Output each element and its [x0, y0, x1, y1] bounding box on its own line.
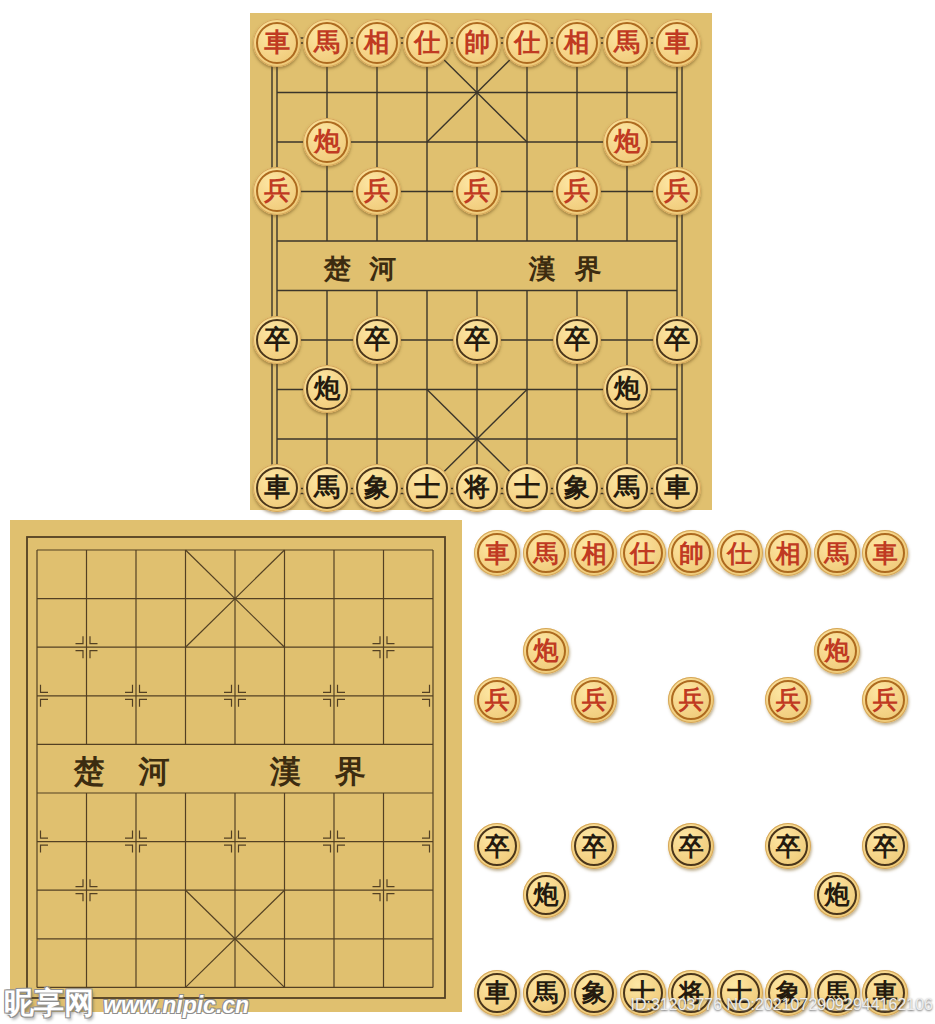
- piece-red-horse[interactable]: 馬: [303, 19, 351, 67]
- piece-glyph: 卒: [364, 327, 390, 353]
- piece-black-cannon[interactable]: 炮: [603, 365, 651, 413]
- piece-glyph: 炮: [533, 882, 558, 907]
- board-cell-r1c0[interactable]: [252, 68, 302, 118]
- board-cell-r8c3: [619, 919, 668, 968]
- piece-glyph: 馬: [824, 541, 849, 566]
- board-cell-r1c7: [813, 578, 862, 627]
- image-id-label: ID:31203776 NO:20210729092944162106: [631, 996, 934, 1014]
- piece-red-cannon[interactable]: 炮: [814, 628, 860, 674]
- board-cell-r4c5[interactable]: [502, 216, 552, 266]
- board-cell-r6c4[interactable]: 卒: [452, 315, 502, 365]
- board-cell-r2c1[interactable]: 炮: [302, 117, 352, 167]
- piece-glyph: 相: [582, 541, 607, 566]
- board-cell-r3c3: [619, 675, 668, 724]
- board-cell-r1c8: [861, 578, 910, 627]
- piece-black-elephant[interactable]: 象: [553, 464, 601, 512]
- piece-black-soldier[interactable]: 卒: [253, 316, 301, 364]
- piece-glyph: 兵: [564, 178, 590, 204]
- board-cell-r9c3[interactable]: 士: [402, 464, 452, 514]
- piece-glyph: 車: [264, 30, 290, 56]
- board-cell-r2c5[interactable]: [502, 117, 552, 167]
- board-cell-r8c8[interactable]: [652, 414, 702, 464]
- piece-glyph: 炮: [314, 376, 340, 402]
- piece-glyph: 象: [564, 475, 590, 501]
- watermark-logo: 昵享网: [4, 983, 94, 1024]
- piece-black-cannon[interactable]: 炮: [303, 365, 351, 413]
- piece-black-soldier[interactable]: 卒: [653, 316, 701, 364]
- piece-glyph: 炮: [614, 376, 640, 402]
- piece-glyph: 炮: [824, 882, 849, 907]
- piece-glyph: 兵: [664, 178, 690, 204]
- board-cell-r4c2: [570, 724, 619, 773]
- piece-glyph: 兵: [264, 178, 290, 204]
- watermark: 昵享网 www.nipic.cn: [4, 983, 249, 1024]
- piece-red-cannon[interactable]: 炮: [303, 118, 351, 166]
- board-cell-r4c5: [716, 724, 765, 773]
- piece-set: 車馬相仕帥仕相馬車炮炮兵兵兵兵兵卒卒卒卒卒炮炮車馬象士将士象馬車: [473, 529, 910, 1017]
- board-cell-r9c8[interactable]: 車: [652, 464, 702, 514]
- board-cell-r5c5[interactable]: [502, 266, 552, 316]
- board-cell-r2c6: [764, 627, 813, 676]
- board-cell-r0c0[interactable]: 車: [252, 18, 302, 68]
- board-cell-r3c2: 兵: [570, 675, 619, 724]
- piece-glyph: 卒: [664, 327, 690, 353]
- piece-glyph: 相: [564, 30, 590, 56]
- board-cell-r1c5: [716, 578, 765, 627]
- piece-glyph: 士: [414, 475, 440, 501]
- board-cell-r2c5: [716, 627, 765, 676]
- board-cell-r2c3: [619, 627, 668, 676]
- board-cell-r0c6: 相: [764, 529, 813, 578]
- board-cell-r0c5: 仕: [716, 529, 765, 578]
- board-cell-r5c6: [764, 773, 813, 822]
- board-cell-r4c1[interactable]: [302, 216, 352, 266]
- piece-glyph: 卒: [679, 834, 704, 859]
- board-cell-r4c6[interactable]: [552, 216, 602, 266]
- board-cell-r6c0[interactable]: 卒: [252, 315, 302, 365]
- board-cell-r0c7: 馬: [813, 529, 862, 578]
- piece-glyph: 兵: [679, 687, 704, 712]
- board-cell-r9c2[interactable]: 象: [352, 464, 402, 514]
- piece-red-advisor[interactable]: 仕: [620, 530, 666, 576]
- board-cell-r7c7[interactable]: 炮: [602, 365, 652, 415]
- board-cell-r3c0[interactable]: 兵: [252, 167, 302, 217]
- board-cell-r1c6[interactable]: [552, 68, 602, 118]
- board-cell-r8c7: [813, 919, 862, 968]
- board-cell-r4c0: [473, 724, 522, 773]
- board-cell-r2c4[interactable]: [452, 117, 502, 167]
- board-cell-r5c1[interactable]: [302, 266, 352, 316]
- piece-black-general[interactable]: 将: [453, 464, 501, 512]
- board-cell-r7c2: [570, 871, 619, 920]
- board-cell-r5c5: [716, 773, 765, 822]
- piece-red-cannon[interactable]: 炮: [603, 118, 651, 166]
- piece-black-advisor[interactable]: 士: [403, 464, 451, 512]
- piece-glyph: 車: [873, 541, 898, 566]
- piece-red-elephant[interactable]: 相: [553, 19, 601, 67]
- piece-glyph: 卒: [485, 834, 510, 859]
- board-cell-r6c4: 卒: [667, 822, 716, 871]
- piece-glyph: 兵: [873, 687, 898, 712]
- piece-glyph: 車: [664, 30, 690, 56]
- piece-glyph: 兵: [776, 687, 801, 712]
- piece-red-soldier[interactable]: 兵: [653, 167, 701, 215]
- board-cell-r4c8: [861, 724, 910, 773]
- board-cell-r1c6: [764, 578, 813, 627]
- piece-glyph: 炮: [533, 638, 558, 663]
- piece-black-horse[interactable]: 馬: [303, 464, 351, 512]
- board-cell-r9c2: 象: [570, 968, 619, 1017]
- stock-image-canvas: 楚 河 漢 界 車馬相仕帥仕相馬車炮炮兵兵兵兵兵卒卒卒卒卒炮炮車馬象士将士象馬車…: [0, 0, 935, 1024]
- watermark-url: www.nipic.cn: [103, 992, 249, 1019]
- piece-glyph: 相: [776, 541, 801, 566]
- board-cell-r3c0: 兵: [473, 675, 522, 724]
- board-cell-r0c4[interactable]: 帥: [452, 18, 502, 68]
- piece-black-soldier[interactable]: 卒: [765, 823, 811, 869]
- piece-glyph: 士: [514, 475, 540, 501]
- board-cell-r0c2: 相: [570, 529, 619, 578]
- piece-red-chariot[interactable]: 車: [474, 530, 520, 576]
- board-cell-r4c4[interactable]: [452, 216, 502, 266]
- board-cell-r5c2[interactable]: [352, 266, 402, 316]
- piece-red-soldier[interactable]: 兵: [474, 677, 520, 723]
- piece-black-soldier[interactable]: 卒: [668, 823, 714, 869]
- piece-glyph: 車: [664, 475, 690, 501]
- board-cell-r8c0: [473, 919, 522, 968]
- piece-glyph: 仕: [727, 541, 752, 566]
- board-cell-r1c3[interactable]: [402, 68, 452, 118]
- board-cell-r6c0: 卒: [473, 822, 522, 871]
- board-cell-r1c4[interactable]: [452, 68, 502, 118]
- piece-red-advisor[interactable]: 仕: [503, 19, 551, 67]
- piece-glyph: 帥: [464, 30, 490, 56]
- board-cell-r0c2[interactable]: 相: [352, 18, 402, 68]
- board-cell-r5c8: [861, 773, 910, 822]
- board-cell-r8c4: [667, 919, 716, 968]
- board-cell-r3c1[interactable]: [302, 167, 352, 217]
- piece-black-elephant[interactable]: 象: [571, 970, 617, 1016]
- empty-xiangqi-board[interactable]: 楚 河 漢 界: [10, 520, 462, 1012]
- board-cell-r7c4[interactable]: [452, 365, 502, 415]
- board-cell-r3c5[interactable]: [502, 167, 552, 217]
- board-cell-r7c3[interactable]: [402, 365, 452, 415]
- board-cell-r4c2[interactable]: [352, 216, 402, 266]
- board-cell-r1c7[interactable]: [602, 68, 652, 118]
- board-cell-r1c5[interactable]: [502, 68, 552, 118]
- board-cell-r6c2: 卒: [570, 822, 619, 871]
- board-cell-r6c6: 卒: [764, 822, 813, 871]
- board-cell-r8c8: [861, 919, 910, 968]
- board-cell-r3c8: 兵: [861, 675, 910, 724]
- board-cell-r5c7[interactable]: [602, 266, 652, 316]
- board-cell-r4c3: [619, 724, 668, 773]
- full-xiangqi-board[interactable]: 楚 河 漢 界 車馬相仕帥仕相馬車炮炮兵兵兵兵兵卒卒卒卒卒炮炮車馬象士将士象馬車: [250, 13, 712, 510]
- piece-glyph: 馬: [533, 980, 558, 1005]
- piece-glyph: 兵: [464, 178, 490, 204]
- board-cell-r9c1: 馬: [522, 968, 571, 1017]
- board-cell-r6c7: [813, 822, 862, 871]
- board-cell-r4c1: [522, 724, 571, 773]
- board-cell-r6c5: [716, 822, 765, 871]
- board-cell-r3c6[interactable]: 兵: [552, 167, 602, 217]
- piece-glyph: 炮: [614, 129, 640, 155]
- piece-red-soldier[interactable]: 兵: [553, 167, 601, 215]
- board-cell-r5c0: [473, 773, 522, 822]
- board-cell-r8c7[interactable]: [602, 414, 652, 464]
- board-cell-r6c3[interactable]: [402, 315, 452, 365]
- board-cell-r0c4: 帥: [667, 529, 716, 578]
- board-cell-r8c5[interactable]: [502, 414, 552, 464]
- board-cell-r8c6: [764, 919, 813, 968]
- board-cell-r7c7: 炮: [813, 871, 862, 920]
- piece-glyph: 卒: [582, 834, 607, 859]
- board-cell-r2c0: [473, 627, 522, 676]
- board-cell-r7c6[interactable]: [552, 365, 602, 415]
- board-cell-r6c2[interactable]: 卒: [352, 315, 402, 365]
- board-cell-r4c6: [764, 724, 813, 773]
- piece-glyph: 仕: [414, 30, 440, 56]
- piece-black-chariot[interactable]: 車: [474, 970, 520, 1016]
- piece-black-cannon[interactable]: 炮: [523, 872, 569, 918]
- board-cell-r5c7: [813, 773, 862, 822]
- board-cell-r1c2[interactable]: [352, 68, 402, 118]
- board-cell-r3c5: [716, 675, 765, 724]
- board-cell-r7c0[interactable]: [252, 365, 302, 415]
- board-cell-r0c3[interactable]: 仕: [402, 18, 452, 68]
- board-cell-r9c1[interactable]: 馬: [302, 464, 352, 514]
- board-cell-r0c7[interactable]: 馬: [602, 18, 652, 68]
- board-cell-r5c3[interactable]: [402, 266, 452, 316]
- board-cell-r5c0[interactable]: [252, 266, 302, 316]
- board-cell-r0c5[interactable]: 仕: [502, 18, 552, 68]
- board-cell-r5c4[interactable]: [452, 266, 502, 316]
- board-cell-r7c1: 炮: [522, 871, 571, 920]
- piece-glyph: 兵: [485, 687, 510, 712]
- board-cell-r3c3[interactable]: [402, 167, 452, 217]
- piece-black-cannon[interactable]: 炮: [814, 872, 860, 918]
- board-cell-r3c7: [813, 675, 862, 724]
- piece-glyph: 卒: [564, 327, 590, 353]
- board-cell-r1c1[interactable]: [302, 68, 352, 118]
- piece-glyph: 兵: [582, 687, 607, 712]
- piece-glyph: 馬: [614, 475, 640, 501]
- board-cell-r3c6: 兵: [764, 675, 813, 724]
- piece-red-soldier[interactable]: 兵: [353, 167, 401, 215]
- board-cell-r8c3[interactable]: [402, 414, 452, 464]
- board-cell-r8c5: [716, 919, 765, 968]
- piece-black-chariot[interactable]: 車: [653, 464, 701, 512]
- piece-red-soldier[interactable]: 兵: [862, 677, 908, 723]
- piece-red-chariot[interactable]: 車: [653, 19, 701, 67]
- board-cell-r9c5[interactable]: 士: [502, 464, 552, 514]
- board-cell-r4c0[interactable]: [252, 216, 302, 266]
- board-cell-r2c1: 炮: [522, 627, 571, 676]
- board-cell-r7c0: [473, 871, 522, 920]
- board-cell-r2c2: [570, 627, 619, 676]
- river-label-han-jie: 漢 界: [242, 751, 406, 793]
- board-cell-r6c7[interactable]: [602, 315, 652, 365]
- board-cell-r2c8: [861, 627, 910, 676]
- board-cell-r7c5: [716, 871, 765, 920]
- board-cell-r8c1: [522, 919, 571, 968]
- piece-glyph: 兵: [364, 178, 390, 204]
- board-cell-r8c4[interactable]: [452, 414, 502, 464]
- piece-black-soldier[interactable]: 卒: [453, 316, 501, 364]
- piece-glyph: 象: [582, 980, 607, 1005]
- board-cell-r4c7: [813, 724, 862, 773]
- board-cell-r9c4[interactable]: 将: [452, 464, 502, 514]
- piece-red-chariot[interactable]: 車: [862, 530, 908, 576]
- board-cell-r1c4: [667, 578, 716, 627]
- board-cell-r3c1: [522, 675, 571, 724]
- board-cell-r2c8[interactable]: [652, 117, 702, 167]
- piece-glyph: 馬: [314, 475, 340, 501]
- piece-red-soldier[interactable]: 兵: [571, 677, 617, 723]
- board-cell-r2c4: [667, 627, 716, 676]
- board-cell-r6c5[interactable]: [502, 315, 552, 365]
- board-cell-r4c7[interactable]: [602, 216, 652, 266]
- board-cell-r0c8: 車: [861, 529, 910, 578]
- board-cell-r7c6: [764, 871, 813, 920]
- piece-black-advisor[interactable]: 士: [503, 464, 551, 512]
- piece-red-horse[interactable]: 馬: [603, 19, 651, 67]
- piece-glyph: 車: [485, 980, 510, 1005]
- piece-red-advisor[interactable]: 仕: [403, 19, 451, 67]
- piece-black-soldier[interactable]: 卒: [474, 823, 520, 869]
- piece-glyph: 車: [485, 541, 510, 566]
- piece-glyph: 卒: [873, 834, 898, 859]
- board-cell-r0c1[interactable]: 馬: [302, 18, 352, 68]
- board-cell-r7c5[interactable]: [502, 365, 552, 415]
- board-cell-r9c0[interactable]: 車: [252, 464, 302, 514]
- piece-glyph: 仕: [514, 30, 540, 56]
- piece-glyph: 車: [264, 475, 290, 501]
- piece-red-chariot[interactable]: 車: [253, 19, 301, 67]
- board-cell-r0c6[interactable]: 相: [552, 18, 602, 68]
- board-cell-r0c0: 車: [473, 529, 522, 578]
- board-cell-r5c4: [667, 773, 716, 822]
- piece-glyph: 卒: [776, 834, 801, 859]
- piece-glyph: 相: [364, 30, 390, 56]
- board-cell-r6c1: [522, 822, 571, 871]
- piece-red-soldier[interactable]: 兵: [765, 677, 811, 723]
- piece-glyph: 象: [364, 475, 390, 501]
- board-cell-r9c6[interactable]: 象: [552, 464, 602, 514]
- piece-red-soldier[interactable]: 兵: [453, 167, 501, 215]
- piece-red-horse[interactable]: 馬: [523, 530, 569, 576]
- board-cell-r5c1: [522, 773, 571, 822]
- board-cell-r8c6[interactable]: [552, 414, 602, 464]
- board-cell-r8c0[interactable]: [252, 414, 302, 464]
- piece-black-soldier[interactable]: 卒: [553, 316, 601, 364]
- board-cell-r7c4: [667, 871, 716, 920]
- board-cell-r6c1[interactable]: [302, 315, 352, 365]
- river-label-chu-he: 楚 河: [46, 751, 210, 793]
- board-cell-r7c3: [619, 871, 668, 920]
- piece-red-soldier[interactable]: 兵: [668, 677, 714, 723]
- piece-glyph: 卒: [264, 327, 290, 353]
- board-cell-r7c1[interactable]: 炮: [302, 365, 352, 415]
- board-cell-r3c4: 兵: [667, 675, 716, 724]
- board-cell-r0c3: 仕: [619, 529, 668, 578]
- piece-black-soldier[interactable]: 卒: [571, 823, 617, 869]
- board-cell-r2c7[interactable]: 炮: [602, 117, 652, 167]
- board-cell-r0c1: 馬: [522, 529, 571, 578]
- piece-glyph: 馬: [614, 30, 640, 56]
- board-cell-r4c3[interactable]: [402, 216, 452, 266]
- board-cell-r8c2: [570, 919, 619, 968]
- board-cell-r8c1[interactable]: [302, 414, 352, 464]
- board-cell-r3c8[interactable]: 兵: [652, 167, 702, 217]
- piece-red-general[interactable]: 帥: [453, 19, 501, 67]
- board-cell-r5c3: [619, 773, 668, 822]
- piece-black-elephant[interactable]: 象: [353, 464, 401, 512]
- board-cell-r6c8[interactable]: 卒: [652, 315, 702, 365]
- board-cell-r1c1: [522, 578, 571, 627]
- board-cell-r5c8[interactable]: [652, 266, 702, 316]
- piece-red-horse[interactable]: 馬: [814, 530, 860, 576]
- board-cell-r9c7[interactable]: 馬: [602, 464, 652, 514]
- board-cell-r4c4: [667, 724, 716, 773]
- piece-black-chariot[interactable]: 車: [253, 464, 301, 512]
- piece-glyph: 卒: [464, 327, 490, 353]
- piece-glyph: 炮: [314, 129, 340, 155]
- board-cell-r2c7: 炮: [813, 627, 862, 676]
- board-cell-r6c6[interactable]: 卒: [552, 315, 602, 365]
- piece-black-soldier[interactable]: 卒: [353, 316, 401, 364]
- board-cell-r1c3: [619, 578, 668, 627]
- piece-glyph: 将: [464, 475, 490, 501]
- board-cell-r2c3[interactable]: [402, 117, 452, 167]
- board-cell-r5c2: [570, 773, 619, 822]
- piece-glyph: 帥: [679, 541, 704, 566]
- piece-glyph: 仕: [630, 541, 655, 566]
- board-cell-r7c8: [861, 871, 910, 920]
- piece-black-soldier[interactable]: 卒: [862, 823, 908, 869]
- board-cell-r8c2[interactable]: [352, 414, 402, 464]
- board-cell-r0c8[interactable]: 車: [652, 18, 702, 68]
- board-cell-r7c2[interactable]: [352, 365, 402, 415]
- piece-red-elephant[interactable]: 相: [353, 19, 401, 67]
- board-cell-r3c4[interactable]: 兵: [452, 167, 502, 217]
- board-cell-r4c8[interactable]: [652, 216, 702, 266]
- piece-grid: 車馬相仕帥仕相馬車炮炮兵兵兵兵兵卒卒卒卒卒炮炮車馬象士将士象馬車: [252, 18, 702, 513]
- board-cell-r1c8[interactable]: [652, 68, 702, 118]
- board-cell-r6c8: 卒: [861, 822, 910, 871]
- piece-red-general[interactable]: 帥: [668, 530, 714, 576]
- board-cell-r2c6[interactable]: [552, 117, 602, 167]
- piece-black-horse[interactable]: 馬: [523, 970, 569, 1016]
- piece-glyph: 炮: [824, 638, 849, 663]
- piece-black-horse[interactable]: 馬: [603, 464, 651, 512]
- piece-glyph: 馬: [314, 30, 340, 56]
- piece-glyph: 馬: [533, 541, 558, 566]
- board-cell-r5c6[interactable]: [552, 266, 602, 316]
- board-cell-r7c8[interactable]: [652, 365, 702, 415]
- board-cell-r9c0: 車: [473, 968, 522, 1017]
- board-cell-r6c3: [619, 822, 668, 871]
- piece-red-soldier[interactable]: 兵: [253, 167, 301, 215]
- board-cell-r1c2: [570, 578, 619, 627]
- board-cell-r3c2[interactable]: 兵: [352, 167, 402, 217]
- piece-red-advisor[interactable]: 仕: [717, 530, 763, 576]
- piece-red-elephant[interactable]: 相: [571, 530, 617, 576]
- piece-red-elephant[interactable]: 相: [765, 530, 811, 576]
- piece-red-cannon[interactable]: 炮: [523, 628, 569, 674]
- board-cell-r2c2[interactable]: [352, 117, 402, 167]
- board-cell-r2c0[interactable]: [252, 117, 302, 167]
- board-cell-r3c7[interactable]: [602, 167, 652, 217]
